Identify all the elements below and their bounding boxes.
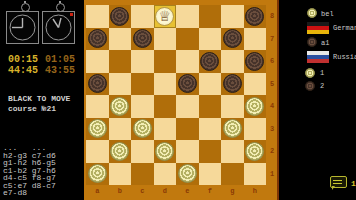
stopwatch-nub xyxy=(24,1,26,3)
white-man-g3[interactable] xyxy=(223,119,242,138)
square-h5[interactable] xyxy=(244,73,267,96)
square-d4[interactable] xyxy=(154,95,177,118)
white-piece-icon xyxy=(307,8,317,18)
square-c4[interactable] xyxy=(131,95,154,118)
clock-face-white xyxy=(7,12,38,43)
active-clock-indicator xyxy=(70,13,73,16)
square-h6[interactable] xyxy=(244,50,267,73)
turn-indicator: BLACK TO MOVE xyxy=(8,94,70,103)
file-label-e: e xyxy=(176,186,199,196)
square-b4[interactable] xyxy=(109,95,132,118)
black-man-b8[interactable] xyxy=(110,7,129,26)
square-a2[interactable] xyxy=(86,140,109,163)
file-label-b: b xyxy=(109,186,132,196)
black-elapsed-time: 01:05 xyxy=(45,54,75,65)
square-g3[interactable] xyxy=(221,118,244,141)
black-man-a7[interactable] xyxy=(88,29,107,48)
square-g7[interactable] xyxy=(221,28,244,51)
rank-label-2: 2 xyxy=(267,140,277,163)
analog-clock-white xyxy=(6,11,39,44)
right-panel: bel Germany a1 Russia 1 2 1 xyxy=(281,0,356,200)
square-b5[interactable] xyxy=(109,73,132,96)
captured-black-icon xyxy=(305,81,315,91)
rank-label-4: 4 xyxy=(267,95,277,118)
captured-black-count: 2 xyxy=(320,82,324,90)
white-man-a1[interactable] xyxy=(88,164,107,183)
square-f7[interactable] xyxy=(199,28,222,51)
square-f8[interactable] xyxy=(199,5,222,28)
square-c1[interactable] xyxy=(131,163,154,186)
square-b1[interactable] xyxy=(109,163,132,186)
file-labels: abcdefgh xyxy=(86,186,266,196)
square-h8[interactable] xyxy=(244,5,267,28)
rank-label-5: 5 xyxy=(267,73,277,96)
square-c8[interactable] xyxy=(131,5,154,28)
square-b2[interactable] xyxy=(109,140,132,163)
file-label-d: d xyxy=(154,186,177,196)
stopwatch-nub xyxy=(59,1,61,3)
white-man-h4[interactable] xyxy=(245,97,264,116)
square-e8[interactable] xyxy=(176,5,199,28)
square-g2[interactable] xyxy=(221,140,244,163)
square-e7[interactable] xyxy=(176,28,199,51)
flag-russia xyxy=(307,51,329,63)
square-e5[interactable] xyxy=(176,73,199,96)
white-man-b2[interactable] xyxy=(110,142,129,161)
square-b7[interactable] xyxy=(109,28,132,51)
player-black-country: Russia xyxy=(333,53,356,61)
player-white-country: Germany xyxy=(333,24,356,32)
move-list: ... ...h2-g3 c7-d6g1-h2 h6-g5c1-b2 g7-h6… xyxy=(3,144,56,197)
chat-line xyxy=(333,180,342,181)
black-man-g5[interactable] xyxy=(223,74,242,93)
checkers-app: 00:15 01:05 44:45 43:55 BLACK TO MOVE co… xyxy=(0,0,356,200)
square-e6[interactable] xyxy=(176,50,199,73)
captured-white-icon xyxy=(305,68,315,78)
file-label-h: h xyxy=(244,186,267,196)
board-grid: ♕ xyxy=(86,5,266,185)
white-elapsed-time: 00:15 xyxy=(8,54,38,65)
board-panel: ♕ abcdefgh 87654321 xyxy=(84,0,279,200)
black-man-c7[interactable] xyxy=(133,29,152,48)
square-d7[interactable] xyxy=(154,28,177,51)
square-f4[interactable] xyxy=(199,95,222,118)
square-e1[interactable] xyxy=(176,163,199,186)
square-e2[interactable] xyxy=(176,140,199,163)
square-a6[interactable] xyxy=(86,50,109,73)
white-man-d2[interactable] xyxy=(155,142,174,161)
square-a3[interactable] xyxy=(86,118,109,141)
square-c2[interactable] xyxy=(131,140,154,163)
black-man-h6[interactable] xyxy=(245,52,264,71)
square-h2[interactable] xyxy=(244,140,267,163)
white-remaining-time: 44:45 xyxy=(8,65,38,76)
captured-white-count: 1 xyxy=(320,69,324,77)
square-d2[interactable] xyxy=(154,140,177,163)
square-c7[interactable] xyxy=(131,28,154,51)
chat-bubble-tail xyxy=(332,186,335,190)
square-g6[interactable] xyxy=(221,50,244,73)
square-f2[interactable] xyxy=(199,140,222,163)
square-c6[interactable] xyxy=(131,50,154,73)
square-b6[interactable] xyxy=(109,50,132,73)
player-white-name: bel xyxy=(321,10,334,18)
square-h3[interactable] xyxy=(244,118,267,141)
chat-unread-count: 1 xyxy=(351,179,356,188)
black-man-f6[interactable] xyxy=(200,52,219,71)
rank-label-3: 3 xyxy=(267,118,277,141)
flag-stripe xyxy=(307,59,329,63)
file-label-a: a xyxy=(86,186,109,196)
white-man-b4[interactable] xyxy=(110,97,129,116)
square-h7[interactable] xyxy=(244,28,267,51)
chat-line xyxy=(333,183,342,184)
left-panel: 00:15 01:05 44:45 43:55 BLACK TO MOVE co… xyxy=(0,0,84,200)
square-a8[interactable] xyxy=(86,5,109,28)
square-g8[interactable] xyxy=(221,5,244,28)
square-b8[interactable] xyxy=(109,5,132,28)
rank-labels: 87654321 xyxy=(267,5,277,185)
flag-germany xyxy=(307,22,329,34)
square-c3[interactable] xyxy=(131,118,154,141)
file-label-g: g xyxy=(221,186,244,196)
course-number: course №21 xyxy=(8,104,56,113)
black-piece-icon xyxy=(307,37,317,47)
black-man-e5[interactable] xyxy=(178,74,197,93)
rank-label-6: 6 xyxy=(267,50,277,73)
square-d6[interactable] xyxy=(154,50,177,73)
square-a5[interactable] xyxy=(86,73,109,96)
rank-label-7: 7 xyxy=(267,28,277,51)
white-man-h2[interactable] xyxy=(245,142,264,161)
flag-stripe xyxy=(307,30,329,34)
square-d3[interactable] xyxy=(154,118,177,141)
square-f3[interactable] xyxy=(199,118,222,141)
file-label-f: f xyxy=(199,186,222,196)
square-f5[interactable] xyxy=(199,73,222,96)
white-man-c3[interactable] xyxy=(133,119,152,138)
white-man-e1[interactable] xyxy=(178,164,197,183)
square-a4[interactable] xyxy=(86,95,109,118)
square-f1[interactable] xyxy=(199,163,222,186)
square-d1[interactable] xyxy=(154,163,177,186)
square-b3[interactable] xyxy=(109,118,132,141)
black-man-g7[interactable] xyxy=(223,29,242,48)
square-a1[interactable] xyxy=(86,163,109,186)
square-f6[interactable] xyxy=(199,50,222,73)
square-h1[interactable] xyxy=(244,163,267,186)
white-king-d8[interactable]: ♕ xyxy=(155,7,174,26)
analog-clock-black xyxy=(42,11,75,44)
square-e4[interactable] xyxy=(176,95,199,118)
white-man-a3[interactable] xyxy=(88,119,107,138)
square-h4[interactable] xyxy=(244,95,267,118)
rank-label-1: 1 xyxy=(267,163,277,186)
square-e3[interactable] xyxy=(176,118,199,141)
player-black-name: a1 xyxy=(321,39,329,47)
clock-face-black xyxy=(43,12,74,43)
square-g5[interactable] xyxy=(221,73,244,96)
black-man-a5[interactable] xyxy=(88,74,107,93)
black-man-h8[interactable] xyxy=(245,7,264,26)
square-d5[interactable] xyxy=(154,73,177,96)
square-g4[interactable] xyxy=(221,95,244,118)
file-label-c: c xyxy=(131,186,154,196)
square-a7[interactable] xyxy=(86,28,109,51)
square-c5[interactable] xyxy=(131,73,154,96)
square-d8[interactable]: ♕ xyxy=(154,5,177,28)
rank-label-8: 8 xyxy=(267,5,277,28)
move-line: e7-d8 xyxy=(3,189,56,197)
black-remaining-time: 43:55 xyxy=(45,65,75,76)
square-g1[interactable] xyxy=(221,163,244,186)
chat-icon[interactable] xyxy=(330,176,347,188)
